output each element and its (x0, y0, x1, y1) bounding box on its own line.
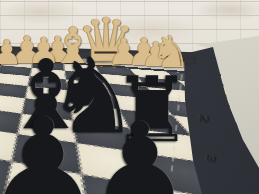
chess-photo-scene: 23 ♟♟♝♟♟♛♟♟♟♞♝♞♜♟♟ (0, 0, 259, 194)
piece-black-pawn[interactable]: ♟ (90, 107, 190, 194)
piece-black-pawn[interactable]: ♟ (0, 100, 102, 194)
